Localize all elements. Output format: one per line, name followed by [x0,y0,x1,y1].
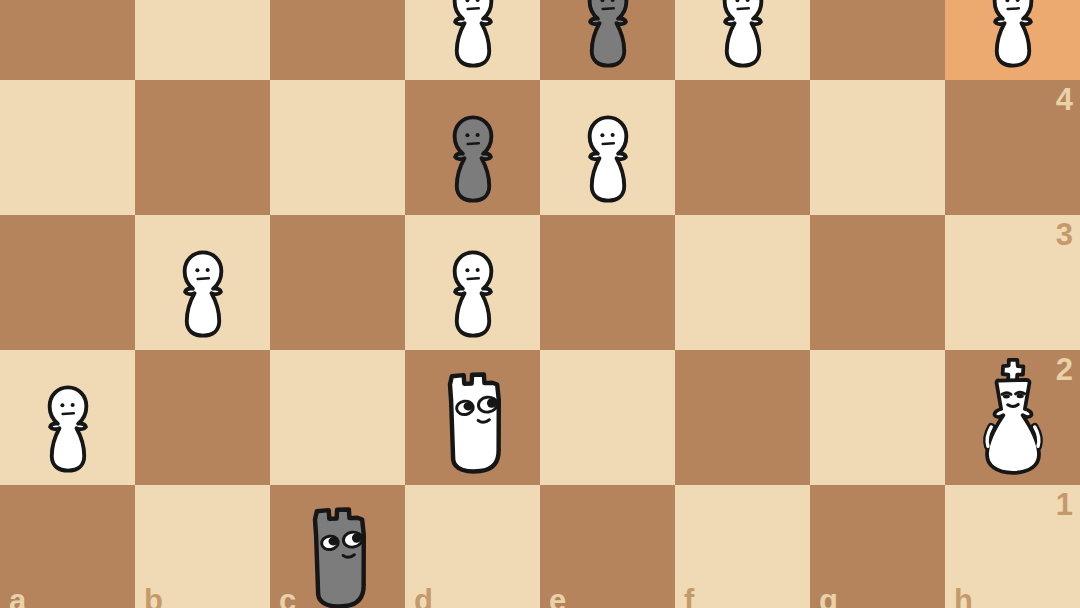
file-label-d: d [414,585,433,608]
square-g3[interactable] [810,215,945,350]
square-a4[interactable] [0,80,135,215]
square-c4[interactable] [270,80,405,215]
white-pawn[interactable] [39,384,97,474]
square-g1[interactable]: g [810,485,945,608]
chessboard-viewport: 876 5 4 3 [0,0,1080,608]
white-pawn[interactable] [714,0,772,69]
square-f1[interactable]: f [675,485,810,608]
file-label-e: e [549,585,566,608]
white-king[interactable] [978,358,1048,477]
square-c5[interactable] [270,0,405,80]
file-label-g: g [819,585,838,608]
square-h1[interactable]: 1h [945,485,1080,608]
file-label-c: c [279,585,296,608]
square-c2[interactable] [270,350,405,485]
square-f2[interactable] [675,350,810,485]
square-a3[interactable] [0,215,135,350]
white-pawn[interactable] [444,249,502,339]
square-d1[interactable]: d [405,485,540,608]
square-b3[interactable] [135,215,270,350]
square-g4[interactable] [810,80,945,215]
square-e5[interactable] [540,0,675,80]
square-h3[interactable]: 3 [945,215,1080,350]
file-label-h: h [954,585,973,608]
square-f5[interactable] [675,0,810,80]
white-rook[interactable] [433,368,511,478]
rank-label-1: 1 [1056,489,1073,520]
white-pawn[interactable] [579,114,637,204]
square-g5[interactable] [810,0,945,80]
square-a2[interactable] [0,350,135,485]
square-b5[interactable] [135,0,270,80]
white-pawn[interactable] [984,0,1042,69]
square-f4[interactable] [675,80,810,215]
square-c1[interactable]: c [270,485,405,608]
square-f3[interactable] [675,215,810,350]
square-e3[interactable] [540,215,675,350]
square-d4[interactable] [405,80,540,215]
square-e2[interactable] [540,350,675,485]
square-e1[interactable]: e [540,485,675,608]
white-pawn[interactable] [174,249,232,339]
white-pawn[interactable] [444,0,502,69]
square-d5[interactable] [405,0,540,80]
square-b2[interactable] [135,350,270,485]
square-g2[interactable] [810,350,945,485]
square-a1[interactable]: a [0,485,135,608]
black-rook[interactable] [298,503,376,608]
square-h5[interactable]: 5 [945,0,1080,80]
square-a5[interactable] [0,0,135,80]
square-b1[interactable]: b [135,485,270,608]
file-label-b: b [144,585,163,608]
square-d2[interactable] [405,350,540,485]
chess-board: 876 5 4 3 [0,0,1080,608]
file-label-f: f [684,585,694,608]
file-label-a: a [9,585,26,608]
square-c3[interactable] [270,215,405,350]
square-b4[interactable] [135,80,270,215]
rank-label-3: 3 [1056,219,1073,250]
rank-label-2: 2 [1056,354,1073,385]
square-h2[interactable]: 2 [945,350,1080,485]
black-pawn[interactable] [444,114,502,204]
rank-label-4: 4 [1056,84,1073,115]
black-pawn[interactable] [579,0,637,69]
square-h4[interactable]: 4 [945,80,1080,215]
square-e4[interactable] [540,80,675,215]
square-d3[interactable] [405,215,540,350]
